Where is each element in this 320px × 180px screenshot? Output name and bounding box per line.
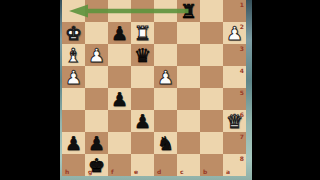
square-g4[interactable] <box>85 66 108 88</box>
square-b1[interactable] <box>200 0 223 22</box>
square-a7[interactable] <box>223 132 246 154</box>
square-f2[interactable]: ♟ <box>108 22 131 44</box>
piece-white-pawn[interactable]: ♟ <box>62 66 85 88</box>
square-h1[interactable] <box>62 0 85 22</box>
square-g8[interactable]: ♚ <box>85 154 108 176</box>
square-b6[interactable] <box>200 110 223 132</box>
square-h5[interactable] <box>62 88 85 110</box>
square-a8[interactable] <box>223 154 246 176</box>
square-d1[interactable] <box>154 0 177 22</box>
square-d8[interactable] <box>154 154 177 176</box>
square-b5[interactable] <box>200 88 223 110</box>
square-h2[interactable]: ♚ <box>62 22 85 44</box>
piece-black-pawn[interactable]: ♟ <box>62 132 85 154</box>
letterbox-right <box>252 0 320 180</box>
piece-black-pawn[interactable]: ♟ <box>131 110 154 132</box>
square-g6[interactable] <box>85 110 108 132</box>
square-g5[interactable] <box>85 88 108 110</box>
square-d2[interactable] <box>154 22 177 44</box>
square-c8[interactable] <box>177 154 200 176</box>
piece-white-pawn[interactable]: ♟ <box>154 66 177 88</box>
square-h4[interactable]: ♟ <box>62 66 85 88</box>
square-d4[interactable]: ♟ <box>154 66 177 88</box>
square-g3[interactable]: ♟ <box>85 44 108 66</box>
square-c1[interactable]: ♜ <box>177 0 200 22</box>
square-a4[interactable] <box>223 66 246 88</box>
square-e2[interactable]: ♜ <box>131 22 154 44</box>
piece-white-pawn[interactable]: ♟ <box>85 44 108 66</box>
square-c4[interactable] <box>177 66 200 88</box>
piece-black-rook[interactable]: ♜ <box>177 0 200 22</box>
square-e3[interactable]: ♛ <box>131 44 154 66</box>
square-b2[interactable] <box>200 22 223 44</box>
square-b8[interactable] <box>200 154 223 176</box>
video-frame: ♜♚♟♜♟♝♟♛♟♟♟♟♛♟♟♞♚ 12345678hgfedcba <box>0 0 320 180</box>
square-e8[interactable] <box>131 154 154 176</box>
letterbox-left <box>0 0 60 180</box>
piece-white-queen[interactable]: ♛ <box>223 110 246 132</box>
square-c6[interactable] <box>177 110 200 132</box>
piece-black-queen[interactable]: ♛ <box>131 44 154 66</box>
square-g1[interactable] <box>85 0 108 22</box>
square-e7[interactable] <box>131 132 154 154</box>
square-b3[interactable] <box>200 44 223 66</box>
square-b4[interactable] <box>200 66 223 88</box>
square-b7[interactable] <box>200 132 223 154</box>
piece-black-pawn[interactable]: ♟ <box>85 132 108 154</box>
piece-white-pawn[interactable]: ♟ <box>223 22 246 44</box>
square-a6[interactable]: ♛ <box>223 110 246 132</box>
piece-white-king[interactable]: ♚ <box>62 22 85 44</box>
square-g2[interactable] <box>85 22 108 44</box>
piece-black-pawn[interactable]: ♟ <box>108 88 131 110</box>
square-f7[interactable] <box>108 132 131 154</box>
square-d6[interactable] <box>154 110 177 132</box>
square-f8[interactable] <box>108 154 131 176</box>
square-a5[interactable] <box>223 88 246 110</box>
square-f5[interactable]: ♟ <box>108 88 131 110</box>
piece-white-rook[interactable]: ♜ <box>131 22 154 44</box>
chess-board: ♜♚♟♜♟♝♟♛♟♟♟♟♛♟♟♞♚ 12345678hgfedcba <box>62 0 246 176</box>
square-c2[interactable] <box>177 22 200 44</box>
square-a2[interactable]: ♟ <box>223 22 246 44</box>
square-h3[interactable]: ♝ <box>62 44 85 66</box>
square-c3[interactable] <box>177 44 200 66</box>
square-c7[interactable] <box>177 132 200 154</box>
square-e1[interactable] <box>131 0 154 22</box>
square-g7[interactable]: ♟ <box>85 132 108 154</box>
square-h6[interactable] <box>62 110 85 132</box>
piece-white-bishop[interactable]: ♝ <box>62 44 85 66</box>
square-h7[interactable]: ♟ <box>62 132 85 154</box>
square-e5[interactable] <box>131 88 154 110</box>
square-c5[interactable] <box>177 88 200 110</box>
square-h8[interactable] <box>62 154 85 176</box>
square-d7[interactable]: ♞ <box>154 132 177 154</box>
board-squares: ♜♚♟♜♟♝♟♛♟♟♟♟♛♟♟♞♚ <box>62 0 246 176</box>
square-a1[interactable] <box>223 0 246 22</box>
piece-black-king[interactable]: ♚ <box>85 154 108 176</box>
square-f1[interactable] <box>108 0 131 22</box>
square-f4[interactable] <box>108 66 131 88</box>
piece-black-pawn[interactable]: ♟ <box>108 22 131 44</box>
square-e6[interactable]: ♟ <box>131 110 154 132</box>
piece-black-knight[interactable]: ♞ <box>154 132 177 154</box>
square-d5[interactable] <box>154 88 177 110</box>
square-f6[interactable] <box>108 110 131 132</box>
square-d3[interactable] <box>154 44 177 66</box>
square-e4[interactable] <box>131 66 154 88</box>
square-f3[interactable] <box>108 44 131 66</box>
square-a3[interactable] <box>223 44 246 66</box>
